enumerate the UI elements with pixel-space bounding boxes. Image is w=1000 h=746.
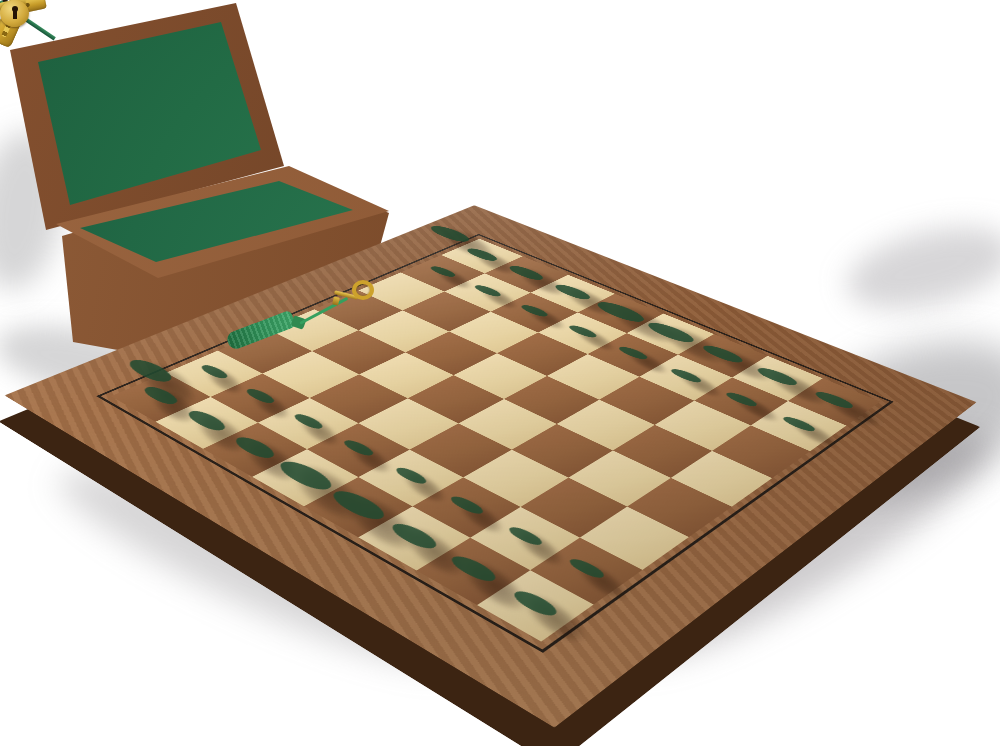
box-brass-latch [0, 0, 47, 18]
box-compartment-divider [0, 0, 56, 40]
chess-board: ♛♜♞♟♝♟♚♟♛♟♝♟♞♟♜♟♟♛♟♟♜♟♞♟♝♟♚♟♛♟♝♟♞♜ [4, 205, 976, 728]
box-keyhole-escutcheon [0, 0, 29, 27]
square-a4 [671, 451, 773, 507]
square-a3 [712, 425, 810, 478]
box-brass-hinge-right [0, 0, 28, 48]
square-a5 [627, 478, 732, 537]
box-lock-catch [0, 0, 27, 12]
keyhole-icon [12, 6, 18, 12]
box-lid-foot-icon [0, 0, 10, 9]
white-pawn-glyph: ♟ [754, 331, 843, 430]
product-photo-stage: ♛♜♞♟♝♟♚♟♛♟♝♟♞♟♜♟♟♛♟♟♜♟♞♟♝♟♚♟♛♟♝♟♞♜ Chess [0, 0, 1000, 746]
box-lid-foot-icon [0, 0, 10, 9]
board-scene: ♛♜♞♟♝♟♚♟♛♟♝♟♞♟♜♟♟♛♟♟♜♟♞♟♝♟♚♟♛♟♝♟♞♜ [159, 54, 849, 744]
box-brass-hinge-left [0, 0, 28, 48]
cast-shadow-box-left [0, 125, 73, 295]
black-rook-glyph: ♜ [471, 466, 600, 610]
